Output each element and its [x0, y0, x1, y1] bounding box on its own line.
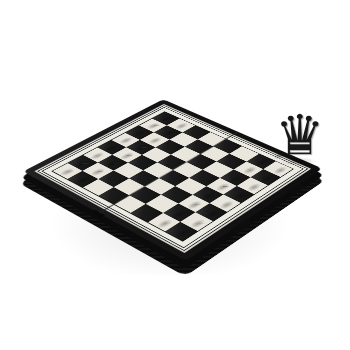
product-photo: ♜♞♝♛♚♝♞♜♟♟♟♟♟♟♟♟♟♟♟♟♟♟♟♟♜♞♝♛♚♝♞♜♛ ♛ — [0, 0, 350, 350]
piece-glyph: ♜ — [174, 215, 192, 235]
piece-glyph: ♟ — [106, 149, 120, 165]
piece-glyph: ♟ — [135, 134, 149, 149]
piece-glyph: ♟ — [76, 165, 91, 181]
piece-glyph: ♟ — [157, 208, 173, 225]
piece-glyph: ♟ — [121, 142, 135, 158]
offboard-queen-shadow — [280, 157, 316, 166]
piece-glyph: ♟ — [91, 157, 105, 173]
piece-glyph: ♟ — [162, 119, 176, 134]
board-surface: ♜♞♝♛♚♝♞♜♟♟♟♟♟♟♟♟♟♟♟♟♟♟♟♟♜♞♝♛♚♝♞♜♛ — [34, 104, 311, 253]
perspective-wrapper: ♜♞♝♛♚♝♞♜♟♟♟♟♟♟♟♟♟♟♟♟♟♟♟♟♜♞♝♛♚♝♞♜♛ — [0, 0, 350, 350]
piece-glyph: ♟ — [149, 127, 163, 142]
piece-glyph: ♜ — [60, 156, 76, 174]
piece-glyph: ♟ — [175, 112, 188, 127]
offboard-black-queen: ♛ — [275, 108, 324, 163]
